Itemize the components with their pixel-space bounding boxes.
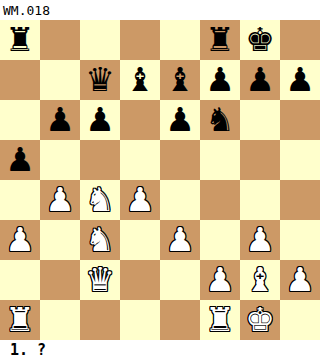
square-h3[interactable] [280, 220, 320, 260]
square-c2[interactable]: ♛ [80, 260, 120, 300]
square-g3[interactable]: ♟ [240, 220, 280, 260]
square-a7[interactable] [0, 60, 40, 100]
white-pawn-piece: ♟ [245, 220, 275, 260]
square-h4[interactable] [280, 180, 320, 220]
square-f8[interactable]: ♜ [200, 20, 240, 60]
white-knight-piece: ♞ [85, 220, 115, 260]
square-e6[interactable]: ♟ [160, 100, 200, 140]
black-rook-piece: ♜ [205, 20, 235, 60]
square-a3[interactable]: ♟ [0, 220, 40, 260]
square-e1[interactable] [160, 300, 200, 340]
square-b3[interactable] [40, 220, 80, 260]
white-pawn-piece: ♟ [5, 220, 35, 260]
square-c7[interactable]: ♛ [80, 60, 120, 100]
square-b4[interactable]: ♟ [40, 180, 80, 220]
black-pawn-piece: ♟ [205, 60, 235, 100]
chess-diagram: WM.018 ♜♜♚♛♝♝♟♟♟♟♟♟♞♟♟♞♟♟♞♟♟♛♟♝♟♜♜♚ 1. ? [0, 0, 320, 360]
square-c8[interactable] [80, 20, 120, 60]
white-pawn-piece: ♟ [285, 260, 315, 300]
square-e4[interactable] [160, 180, 200, 220]
square-c6[interactable]: ♟ [80, 100, 120, 140]
square-g8[interactable]: ♚ [240, 20, 280, 60]
square-a4[interactable] [0, 180, 40, 220]
square-e8[interactable] [160, 20, 200, 60]
square-c3[interactable]: ♞ [80, 220, 120, 260]
black-rook-piece: ♜ [5, 20, 35, 60]
square-a8[interactable]: ♜ [0, 20, 40, 60]
white-rook-piece: ♜ [5, 300, 35, 340]
puzzle-header: WM.018 [0, 0, 320, 20]
black-pawn-piece: ♟ [5, 140, 35, 180]
square-a5[interactable]: ♟ [0, 140, 40, 180]
square-b5[interactable] [40, 140, 80, 180]
white-pawn-piece: ♟ [45, 180, 75, 220]
square-g1[interactable]: ♚ [240, 300, 280, 340]
square-d4[interactable]: ♟ [120, 180, 160, 220]
puzzle-id-label: WM.018 [3, 3, 50, 18]
black-king-piece: ♚ [245, 20, 275, 60]
square-b6[interactable]: ♟ [40, 100, 80, 140]
square-g6[interactable] [240, 100, 280, 140]
square-f7[interactable]: ♟ [200, 60, 240, 100]
white-knight-piece: ♞ [85, 180, 115, 220]
square-d6[interactable] [120, 100, 160, 140]
white-pawn-piece: ♟ [165, 220, 195, 260]
square-f3[interactable] [200, 220, 240, 260]
square-c1[interactable] [80, 300, 120, 340]
black-queen-piece: ♛ [85, 60, 115, 100]
square-h8[interactable] [280, 20, 320, 60]
square-h7[interactable]: ♟ [280, 60, 320, 100]
square-e7[interactable]: ♝ [160, 60, 200, 100]
white-rook-piece: ♜ [205, 300, 235, 340]
black-knight-piece: ♞ [205, 100, 235, 140]
square-d2[interactable] [120, 260, 160, 300]
white-king-piece: ♚ [245, 300, 275, 340]
square-e3[interactable]: ♟ [160, 220, 200, 260]
white-pawn-piece: ♟ [125, 180, 155, 220]
puzzle-footer: 1. ? [0, 340, 320, 360]
square-f4[interactable] [200, 180, 240, 220]
square-e5[interactable] [160, 140, 200, 180]
white-queen-piece: ♛ [85, 260, 115, 300]
square-b7[interactable] [40, 60, 80, 100]
square-a6[interactable] [0, 100, 40, 140]
square-g4[interactable] [240, 180, 280, 220]
black-pawn-piece: ♟ [165, 100, 195, 140]
square-c4[interactable]: ♞ [80, 180, 120, 220]
square-d3[interactable] [120, 220, 160, 260]
square-b1[interactable] [40, 300, 80, 340]
black-pawn-piece: ♟ [245, 60, 275, 100]
square-d5[interactable] [120, 140, 160, 180]
black-bishop-piece: ♝ [165, 60, 195, 100]
square-h5[interactable] [280, 140, 320, 180]
white-pawn-piece: ♟ [205, 260, 235, 300]
black-bishop-piece: ♝ [125, 60, 155, 100]
square-d7[interactable]: ♝ [120, 60, 160, 100]
square-g7[interactable]: ♟ [240, 60, 280, 100]
square-h2[interactable]: ♟ [280, 260, 320, 300]
square-g5[interactable] [240, 140, 280, 180]
square-f6[interactable]: ♞ [200, 100, 240, 140]
white-bishop-piece: ♝ [245, 260, 275, 300]
move-prompt-label: 1. ? [10, 341, 46, 359]
square-g2[interactable]: ♝ [240, 260, 280, 300]
square-a1[interactable]: ♜ [0, 300, 40, 340]
black-pawn-piece: ♟ [285, 60, 315, 100]
square-f5[interactable] [200, 140, 240, 180]
square-h6[interactable] [280, 100, 320, 140]
chess-board: ♜♜♚♛♝♝♟♟♟♟♟♟♞♟♟♞♟♟♞♟♟♛♟♝♟♜♜♚ [0, 20, 320, 340]
black-pawn-piece: ♟ [45, 100, 75, 140]
square-f2[interactable]: ♟ [200, 260, 240, 300]
square-d8[interactable] [120, 20, 160, 60]
square-e2[interactable] [160, 260, 200, 300]
square-h1[interactable] [280, 300, 320, 340]
square-c5[interactable] [80, 140, 120, 180]
square-b2[interactable] [40, 260, 80, 300]
square-b8[interactable] [40, 20, 80, 60]
square-f1[interactable]: ♜ [200, 300, 240, 340]
square-a2[interactable] [0, 260, 40, 300]
black-pawn-piece: ♟ [85, 100, 115, 140]
square-d1[interactable] [120, 300, 160, 340]
